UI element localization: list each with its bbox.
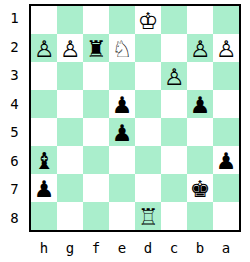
white-rook-piece: ♖: [138, 203, 159, 230]
square-e3[interactable]: [109, 62, 135, 90]
white-king-piece: ♔: [138, 7, 159, 34]
square-a8[interactable]: [213, 202, 239, 230]
square-h6[interactable]: ♝: [31, 146, 57, 174]
square-d5[interactable]: [135, 118, 161, 146]
square-h7[interactable]: ♟: [31, 174, 57, 202]
file-label-h: h: [31, 238, 57, 258]
square-d3[interactable]: [135, 62, 161, 90]
square-b1[interactable]: [187, 6, 213, 34]
file-label-f: f: [83, 238, 109, 258]
file-label-e: e: [109, 238, 135, 258]
square-g2[interactable]: ♙: [57, 34, 83, 62]
square-h5[interactable]: [31, 118, 57, 146]
square-b7[interactable]: ♚: [187, 174, 213, 202]
white-pawn-piece: ♙: [60, 35, 81, 62]
square-a2[interactable]: ♙: [213, 34, 239, 62]
square-f5[interactable]: [83, 118, 109, 146]
square-d2[interactable]: [135, 34, 161, 62]
square-c3[interactable]: ♙: [161, 62, 187, 90]
chess-diagram: 12345678 ♔♙♙♜♘♙♙♙♟♟♟♝♟♟♚♖ hgfedcba: [0, 0, 250, 262]
square-h1[interactable]: [31, 6, 57, 34]
rank-label-3: 3: [0, 61, 29, 90]
square-b3[interactable]: [187, 62, 213, 90]
black-king-piece: ♚: [190, 175, 211, 202]
rank-label-1: 1: [0, 4, 29, 33]
rank-label-7: 7: [0, 175, 29, 204]
square-a7[interactable]: [213, 174, 239, 202]
square-g3[interactable]: [57, 62, 83, 90]
white-pawn-piece: ♙: [164, 63, 185, 90]
square-e6[interactable]: [109, 146, 135, 174]
square-c5[interactable]: [161, 118, 187, 146]
square-g7[interactable]: [57, 174, 83, 202]
square-h2[interactable]: ♙: [31, 34, 57, 62]
rank-label-2: 2: [0, 33, 29, 62]
rank-label-6: 6: [0, 147, 29, 176]
square-g1[interactable]: [57, 6, 83, 34]
square-d4[interactable]: [135, 90, 161, 118]
file-label-g: g: [57, 238, 83, 258]
black-rook-piece: ♜: [86, 35, 107, 62]
white-knight-piece: ♘: [112, 35, 133, 62]
square-c6[interactable]: [161, 146, 187, 174]
square-d8[interactable]: ♖: [135, 202, 161, 230]
black-pawn-piece: ♟: [34, 175, 55, 202]
file-label-c: c: [161, 238, 187, 258]
square-e2[interactable]: ♘: [109, 34, 135, 62]
square-g6[interactable]: [57, 146, 83, 174]
square-d1[interactable]: ♔: [135, 6, 161, 34]
black-pawn-piece: ♟: [190, 91, 211, 118]
square-b8[interactable]: [187, 202, 213, 230]
black-bishop-piece: ♝: [34, 147, 55, 174]
square-b4[interactable]: ♟: [187, 90, 213, 118]
file-label-d: d: [135, 238, 161, 258]
file-label-b: b: [187, 238, 213, 258]
square-b2[interactable]: ♙: [187, 34, 213, 62]
square-d7[interactable]: [135, 174, 161, 202]
square-h3[interactable]: [31, 62, 57, 90]
black-pawn-piece: ♟: [112, 119, 133, 146]
square-f2[interactable]: ♜: [83, 34, 109, 62]
square-c1[interactable]: [161, 6, 187, 34]
square-g5[interactable]: [57, 118, 83, 146]
black-pawn-piece: ♟: [112, 91, 133, 118]
square-f3[interactable]: [83, 62, 109, 90]
square-a1[interactable]: [213, 6, 239, 34]
square-e4[interactable]: ♟: [109, 90, 135, 118]
square-h4[interactable]: [31, 90, 57, 118]
square-e8[interactable]: [109, 202, 135, 230]
square-e1[interactable]: [109, 6, 135, 34]
square-e7[interactable]: [109, 174, 135, 202]
square-f6[interactable]: [83, 146, 109, 174]
white-pawn-piece: ♙: [190, 35, 211, 62]
square-g8[interactable]: [57, 202, 83, 230]
square-e5[interactable]: ♟: [109, 118, 135, 146]
black-pawn-piece: ♟: [216, 147, 237, 174]
square-g4[interactable]: [57, 90, 83, 118]
square-f4[interactable]: [83, 90, 109, 118]
square-c8[interactable]: [161, 202, 187, 230]
board: ♔♙♙♜♘♙♙♙♟♟♟♝♟♟♚♖: [29, 4, 241, 232]
square-f1[interactable]: [83, 6, 109, 34]
square-c2[interactable]: [161, 34, 187, 62]
square-b5[interactable]: [187, 118, 213, 146]
square-a5[interactable]: [213, 118, 239, 146]
rank-label-5: 5: [0, 118, 29, 147]
square-a3[interactable]: [213, 62, 239, 90]
square-c4[interactable]: [161, 90, 187, 118]
file-label-a: a: [213, 238, 239, 258]
white-pawn-piece: ♙: [216, 35, 237, 62]
rank-label-4: 4: [0, 90, 29, 119]
rank-labels: 12345678: [0, 4, 29, 232]
square-c7[interactable]: [161, 174, 187, 202]
square-f7[interactable]: [83, 174, 109, 202]
square-b6[interactable]: [187, 146, 213, 174]
square-f8[interactable]: [83, 202, 109, 230]
file-labels: hgfedcba: [31, 238, 239, 258]
rank-label-8: 8: [0, 204, 29, 233]
square-d6[interactable]: [135, 146, 161, 174]
square-a6[interactable]: ♟: [213, 146, 239, 174]
square-h8[interactable]: [31, 202, 57, 230]
square-a4[interactable]: [213, 90, 239, 118]
white-pawn-piece: ♙: [34, 35, 55, 62]
